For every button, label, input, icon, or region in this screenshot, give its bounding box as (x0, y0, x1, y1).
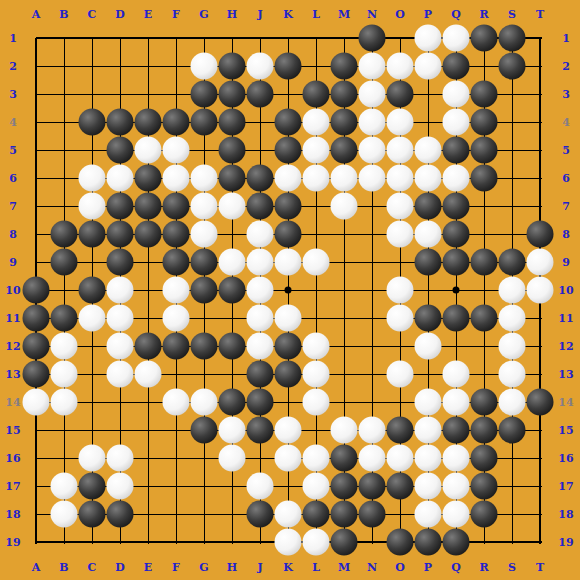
row-label-right-2: 2 (562, 60, 570, 73)
stone-white-O10 (387, 277, 414, 304)
row-label-left-10: 10 (5, 284, 20, 297)
col-label-top-D: D (115, 8, 125, 21)
row-label-right-9: 9 (562, 256, 570, 269)
stone-white-L9 (303, 249, 330, 276)
stone-white-G14 (191, 389, 218, 416)
col-label-bottom-D: D (115, 561, 125, 574)
stone-white-J2 (247, 53, 274, 80)
stone-white-G8 (191, 221, 218, 248)
stone-white-K18 (275, 501, 302, 528)
stone-white-N15 (359, 417, 386, 444)
row-label-left-9: 9 (9, 256, 17, 269)
stone-white-F11 (163, 305, 190, 332)
stone-white-H9 (219, 249, 246, 276)
stone-white-N4 (359, 109, 386, 136)
col-label-bottom-M: M (338, 561, 350, 574)
col-label-top-S: S (508, 8, 516, 21)
stone-white-S10 (499, 277, 526, 304)
stone-white-O7 (387, 193, 414, 220)
stone-white-O4 (387, 109, 414, 136)
row-label-right-5: 5 (562, 144, 570, 157)
stone-black-S15 (499, 417, 526, 444)
stone-white-M6 (331, 165, 358, 192)
stone-white-Q16 (443, 445, 470, 472)
stone-black-F12 (163, 333, 190, 360)
stone-black-R17 (471, 473, 498, 500)
stone-white-O8 (387, 221, 414, 248)
stone-black-J3 (247, 81, 274, 108)
row-label-left-13: 13 (5, 368, 20, 381)
col-label-bottom-K: K (283, 561, 293, 574)
col-label-top-M: M (338, 8, 350, 21)
col-label-top-E: E (144, 8, 152, 21)
stone-white-H7 (219, 193, 246, 220)
stone-white-O2 (387, 53, 414, 80)
stone-black-H2 (219, 53, 246, 80)
stone-black-S1 (499, 25, 526, 52)
col-label-bottom-N: N (367, 561, 377, 574)
stone-white-H16 (219, 445, 246, 472)
stone-black-R3 (471, 81, 498, 108)
stone-black-F4 (163, 109, 190, 136)
row-label-left-17: 17 (5, 480, 20, 493)
row-label-right-3: 3 (562, 88, 570, 101)
stone-black-D5 (107, 137, 134, 164)
stone-white-P16 (415, 445, 442, 472)
stone-white-K9 (275, 249, 302, 276)
stone-white-D13 (107, 361, 134, 388)
row-label-right-17: 17 (558, 480, 573, 493)
col-label-bottom-B: B (59, 561, 68, 574)
col-label-bottom-F: F (172, 561, 180, 574)
hoshi-K10 (285, 287, 292, 294)
col-label-top-H: H (227, 8, 237, 21)
stone-black-P19 (415, 529, 442, 556)
stone-white-Q6 (443, 165, 470, 192)
stone-black-G9 (191, 249, 218, 276)
stone-black-R18 (471, 501, 498, 528)
stone-black-M19 (331, 529, 358, 556)
stone-black-J15 (247, 417, 274, 444)
col-label-bottom-E: E (144, 561, 152, 574)
col-label-bottom-O: O (395, 561, 405, 574)
stone-white-J12 (247, 333, 274, 360)
stone-black-R14 (471, 389, 498, 416)
stone-black-A12 (23, 333, 50, 360)
stone-white-D10 (107, 277, 134, 304)
stone-black-Q9 (443, 249, 470, 276)
stone-white-D17 (107, 473, 134, 500)
stone-black-M17 (331, 473, 358, 500)
stone-white-K16 (275, 445, 302, 472)
stone-white-L13 (303, 361, 330, 388)
stone-black-D7 (107, 193, 134, 220)
row-label-left-11: 11 (5, 312, 20, 325)
stone-black-K7 (275, 193, 302, 220)
stone-black-C8 (79, 221, 106, 248)
stone-black-K5 (275, 137, 302, 164)
stone-white-G2 (191, 53, 218, 80)
stone-black-K2 (275, 53, 302, 80)
stone-black-R15 (471, 417, 498, 444)
row-label-left-4: 4 (9, 116, 17, 129)
stone-black-R1 (471, 25, 498, 52)
stone-white-J11 (247, 305, 274, 332)
stone-white-B14 (51, 389, 78, 416)
row-label-right-6: 6 (562, 172, 570, 185)
stone-white-L16 (303, 445, 330, 472)
stone-black-Q2 (443, 53, 470, 80)
stone-black-Q11 (443, 305, 470, 332)
stone-white-P12 (415, 333, 442, 360)
stone-black-D8 (107, 221, 134, 248)
stone-white-T9 (527, 249, 554, 276)
stone-black-G12 (191, 333, 218, 360)
col-label-bottom-L: L (312, 561, 320, 574)
stone-white-P14 (415, 389, 442, 416)
row-label-left-2: 2 (9, 60, 17, 73)
stone-white-A14 (23, 389, 50, 416)
stone-black-O19 (387, 529, 414, 556)
stone-black-R5 (471, 137, 498, 164)
stone-black-S2 (499, 53, 526, 80)
grid-line-vertical (64, 38, 65, 544)
stone-black-M4 (331, 109, 358, 136)
stone-white-N16 (359, 445, 386, 472)
stone-white-O11 (387, 305, 414, 332)
stone-white-K11 (275, 305, 302, 332)
col-label-bottom-C: C (88, 561, 97, 574)
stone-black-P7 (415, 193, 442, 220)
col-label-top-R: R (479, 8, 488, 21)
stone-white-C7 (79, 193, 106, 220)
stone-black-F7 (163, 193, 190, 220)
stone-black-R11 (471, 305, 498, 332)
stone-black-L3 (303, 81, 330, 108)
stone-black-H10 (219, 277, 246, 304)
col-label-bottom-A: A (32, 561, 41, 574)
stone-white-S12 (499, 333, 526, 360)
stone-white-D12 (107, 333, 134, 360)
row-label-right-1: 1 (562, 32, 570, 45)
stone-white-B17 (51, 473, 78, 500)
stone-black-L18 (303, 501, 330, 528)
row-label-left-5: 5 (9, 144, 17, 157)
stone-white-P17 (415, 473, 442, 500)
row-label-right-19: 19 (558, 536, 573, 549)
stone-white-L4 (303, 109, 330, 136)
stone-white-Q3 (443, 81, 470, 108)
stone-white-G7 (191, 193, 218, 220)
col-label-top-A: A (32, 8, 41, 21)
stone-black-G15 (191, 417, 218, 444)
col-label-top-O: O (395, 8, 405, 21)
stone-black-M2 (331, 53, 358, 80)
stone-black-Q15 (443, 417, 470, 444)
stone-black-R6 (471, 165, 498, 192)
row-label-right-16: 16 (558, 452, 573, 465)
stone-white-G6 (191, 165, 218, 192)
col-label-bottom-T: T (536, 561, 544, 574)
stone-black-E8 (135, 221, 162, 248)
col-label-bottom-J: J (257, 561, 262, 574)
stone-white-L6 (303, 165, 330, 192)
stone-black-G10 (191, 277, 218, 304)
stone-black-O17 (387, 473, 414, 500)
col-label-bottom-R: R (479, 561, 488, 574)
stone-white-J17 (247, 473, 274, 500)
stone-black-K12 (275, 333, 302, 360)
stone-white-F5 (163, 137, 190, 164)
stone-black-H4 (219, 109, 246, 136)
stone-black-C10 (79, 277, 106, 304)
row-label-right-11: 11 (558, 312, 573, 325)
col-label-top-B: B (59, 8, 68, 21)
stone-white-P1 (415, 25, 442, 52)
stone-white-Q1 (443, 25, 470, 52)
stone-black-M3 (331, 81, 358, 108)
stone-white-J10 (247, 277, 274, 304)
stone-white-F6 (163, 165, 190, 192)
stone-black-D9 (107, 249, 134, 276)
col-label-top-Q: Q (451, 8, 461, 21)
stone-black-E7 (135, 193, 162, 220)
stone-black-P9 (415, 249, 442, 276)
stone-black-J13 (247, 361, 274, 388)
stone-black-G4 (191, 109, 218, 136)
stone-white-D16 (107, 445, 134, 472)
stone-white-B13 (51, 361, 78, 388)
stone-black-E12 (135, 333, 162, 360)
stone-white-N5 (359, 137, 386, 164)
row-label-left-7: 7 (9, 200, 17, 213)
stone-black-C18 (79, 501, 106, 528)
col-label-top-K: K (283, 8, 293, 21)
stone-black-O15 (387, 417, 414, 444)
stone-black-O3 (387, 81, 414, 108)
stone-white-P8 (415, 221, 442, 248)
stone-black-A13 (23, 361, 50, 388)
stone-black-H3 (219, 81, 246, 108)
col-label-bottom-P: P (424, 561, 432, 574)
stone-black-M5 (331, 137, 358, 164)
stone-white-K15 (275, 417, 302, 444)
stone-white-L12 (303, 333, 330, 360)
stone-black-J14 (247, 389, 274, 416)
row-label-left-1: 1 (9, 32, 17, 45)
row-label-left-18: 18 (5, 508, 20, 521)
stone-black-R16 (471, 445, 498, 472)
stone-white-N2 (359, 53, 386, 80)
stone-white-P18 (415, 501, 442, 528)
stone-white-F14 (163, 389, 190, 416)
stone-white-D11 (107, 305, 134, 332)
stone-white-J9 (247, 249, 274, 276)
row-label-left-3: 3 (9, 88, 17, 101)
row-label-right-4: 4 (562, 116, 570, 129)
stone-white-Q18 (443, 501, 470, 528)
stone-white-C11 (79, 305, 106, 332)
col-label-top-G: G (199, 8, 208, 21)
stone-white-K6 (275, 165, 302, 192)
stone-white-Q17 (443, 473, 470, 500)
stone-black-E6 (135, 165, 162, 192)
stone-white-D6 (107, 165, 134, 192)
stone-white-P15 (415, 417, 442, 444)
stone-white-Q13 (443, 361, 470, 388)
row-label-right-8: 8 (562, 228, 570, 241)
row-label-left-12: 12 (5, 340, 20, 353)
stone-black-H12 (219, 333, 246, 360)
hoshi-Q10 (453, 287, 460, 294)
stone-white-O13 (387, 361, 414, 388)
stone-white-H15 (219, 417, 246, 444)
col-label-top-P: P (424, 8, 432, 21)
stone-white-J8 (247, 221, 274, 248)
stone-black-B11 (51, 305, 78, 332)
col-label-top-C: C (88, 8, 97, 21)
row-label-right-14: 14 (558, 396, 573, 409)
stone-black-E4 (135, 109, 162, 136)
col-label-bottom-H: H (227, 561, 237, 574)
stone-black-M16 (331, 445, 358, 472)
stone-black-J18 (247, 501, 274, 528)
col-label-top-N: N (367, 8, 377, 21)
stone-white-S13 (499, 361, 526, 388)
stone-white-S11 (499, 305, 526, 332)
stone-white-C6 (79, 165, 106, 192)
stone-black-M18 (331, 501, 358, 528)
stone-white-P6 (415, 165, 442, 192)
row-label-left-14: 14 (5, 396, 20, 409)
stone-black-A10 (23, 277, 50, 304)
stone-black-Q8 (443, 221, 470, 248)
stone-black-G3 (191, 81, 218, 108)
stone-black-K4 (275, 109, 302, 136)
stone-black-C17 (79, 473, 106, 500)
row-label-right-10: 10 (558, 284, 573, 297)
stone-black-Q19 (443, 529, 470, 556)
stone-white-M15 (331, 417, 358, 444)
row-label-right-13: 13 (558, 368, 573, 381)
row-label-right-7: 7 (562, 200, 570, 213)
col-label-top-T: T (536, 8, 544, 21)
stone-white-O6 (387, 165, 414, 192)
stone-white-L17 (303, 473, 330, 500)
stone-black-H5 (219, 137, 246, 164)
stone-white-Q14 (443, 389, 470, 416)
stone-white-P2 (415, 53, 442, 80)
stone-white-Q4 (443, 109, 470, 136)
stone-black-T8 (527, 221, 554, 248)
stone-white-P5 (415, 137, 442, 164)
stone-black-P11 (415, 305, 442, 332)
stone-white-B18 (51, 501, 78, 528)
stone-black-D4 (107, 109, 134, 136)
stone-white-B12 (51, 333, 78, 360)
col-label-bottom-Q: Q (451, 561, 461, 574)
stone-black-F8 (163, 221, 190, 248)
go-board: AABBCCDDEEFFGGHHJJKKLLMMNNOOPPQQRRSSTT11… (0, 0, 580, 580)
stone-black-S9 (499, 249, 526, 276)
stone-black-K8 (275, 221, 302, 248)
stone-white-M7 (331, 193, 358, 220)
row-label-right-12: 12 (558, 340, 573, 353)
stone-black-B8 (51, 221, 78, 248)
stone-black-Q5 (443, 137, 470, 164)
row-label-right-18: 18 (558, 508, 573, 521)
stone-white-F10 (163, 277, 190, 304)
stone-black-B9 (51, 249, 78, 276)
stone-black-N17 (359, 473, 386, 500)
row-label-left-16: 16 (5, 452, 20, 465)
row-label-left-15: 15 (5, 424, 20, 437)
stone-white-S14 (499, 389, 526, 416)
stone-white-E5 (135, 137, 162, 164)
stone-black-J6 (247, 165, 274, 192)
stone-black-A11 (23, 305, 50, 332)
stone-white-L19 (303, 529, 330, 556)
stone-white-K19 (275, 529, 302, 556)
stone-black-H6 (219, 165, 246, 192)
stone-black-H14 (219, 389, 246, 416)
stone-white-O5 (387, 137, 414, 164)
stone-white-L5 (303, 137, 330, 164)
stone-white-N3 (359, 81, 386, 108)
stone-black-F9 (163, 249, 190, 276)
stone-white-C16 (79, 445, 106, 472)
stone-black-K13 (275, 361, 302, 388)
row-label-left-8: 8 (9, 228, 17, 241)
stone-white-N6 (359, 165, 386, 192)
stone-white-L14 (303, 389, 330, 416)
stone-white-O16 (387, 445, 414, 472)
row-label-right-15: 15 (558, 424, 573, 437)
stone-black-R9 (471, 249, 498, 276)
stone-black-J7 (247, 193, 274, 220)
col-label-top-F: F (172, 8, 180, 21)
stone-black-C4 (79, 109, 106, 136)
stone-black-N18 (359, 501, 386, 528)
col-label-bottom-G: G (199, 561, 208, 574)
stone-black-T14 (527, 389, 554, 416)
row-label-left-6: 6 (9, 172, 17, 185)
stone-black-D18 (107, 501, 134, 528)
stone-white-E13 (135, 361, 162, 388)
stone-white-T10 (527, 277, 554, 304)
row-label-left-19: 19 (5, 536, 20, 549)
col-label-top-L: L (312, 8, 320, 21)
col-label-bottom-S: S (508, 561, 516, 574)
stone-black-Q7 (443, 193, 470, 220)
stone-black-N1 (359, 25, 386, 52)
stone-black-R4 (471, 109, 498, 136)
col-label-top-J: J (257, 8, 262, 21)
